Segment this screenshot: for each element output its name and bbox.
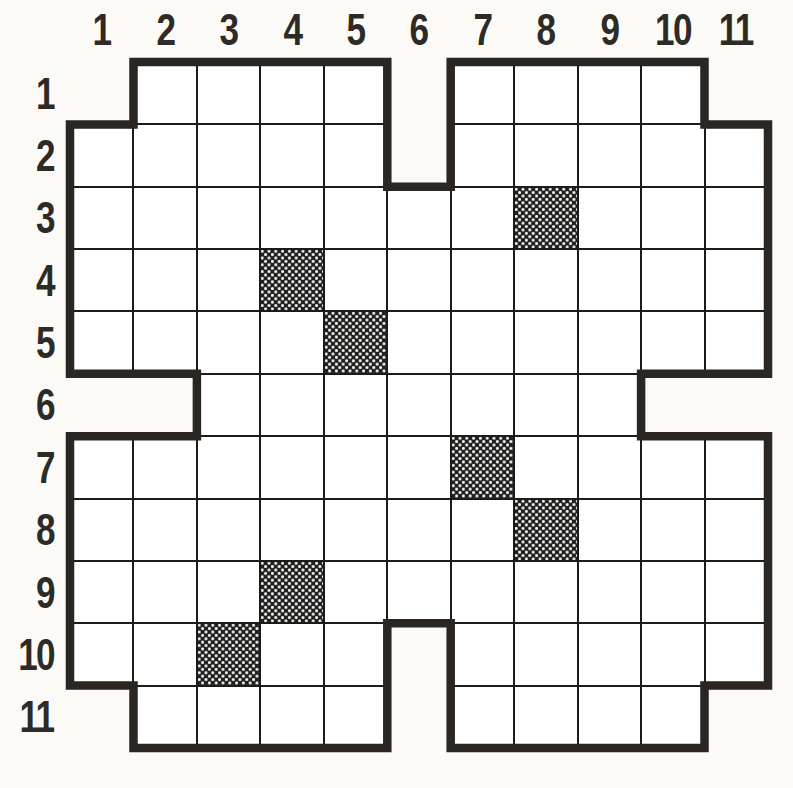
cell-r4-c5[interactable] bbox=[324, 249, 387, 311]
cell-r10-c11[interactable] bbox=[705, 623, 768, 685]
row-label-11: 11 bbox=[0, 686, 62, 748]
cell-r5-c8[interactable] bbox=[514, 311, 577, 373]
cell-r2-c5[interactable] bbox=[324, 124, 387, 186]
cell-r1-c3[interactable] bbox=[197, 62, 260, 124]
cell-r2-c1[interactable] bbox=[70, 124, 133, 186]
cell-r3-c9[interactable] bbox=[578, 187, 641, 249]
col-label-7: 7 bbox=[451, 0, 514, 56]
cell-r3-c8-blocked bbox=[514, 187, 577, 249]
cell-r7-c3[interactable] bbox=[197, 436, 260, 498]
cell-r8-c11[interactable] bbox=[705, 499, 768, 561]
col-label-4: 4 bbox=[260, 0, 323, 56]
cell-r4-c9[interactable] bbox=[578, 249, 641, 311]
cell-r9-c10[interactable] bbox=[641, 561, 704, 623]
row-label-9: 9 bbox=[0, 561, 62, 623]
cell-r7-c10[interactable] bbox=[641, 436, 704, 498]
cell-r4-c8[interactable] bbox=[514, 249, 577, 311]
cell-r7-c11[interactable] bbox=[705, 436, 768, 498]
cell-r1-c8[interactable] bbox=[514, 62, 577, 124]
cell-r8-c3[interactable] bbox=[197, 499, 260, 561]
cell-r4-c2[interactable] bbox=[133, 249, 196, 311]
cell-r6-c8[interactable] bbox=[514, 374, 577, 436]
cell-r3-c10[interactable] bbox=[641, 187, 704, 249]
cell-r7-c1[interactable] bbox=[70, 436, 133, 498]
cell-r10-c8[interactable] bbox=[514, 623, 577, 685]
cell-r9-c8[interactable] bbox=[514, 561, 577, 623]
col-label-5: 5 bbox=[324, 0, 387, 56]
cell-r5-c9[interactable] bbox=[578, 311, 641, 373]
cell-r10-c7[interactable] bbox=[451, 623, 514, 685]
cell-r6-c2-outside bbox=[133, 374, 196, 436]
cell-r8-c9[interactable] bbox=[578, 499, 641, 561]
cell-r9-c1[interactable] bbox=[70, 561, 133, 623]
cell-r2-c6-outside bbox=[387, 124, 450, 186]
col-label-9: 9 bbox=[578, 0, 641, 56]
cell-r1-c7[interactable] bbox=[451, 62, 514, 124]
cell-r9-c7[interactable] bbox=[451, 561, 514, 623]
col-label-1: 1 bbox=[70, 0, 133, 56]
cell-r7-c8[interactable] bbox=[514, 436, 577, 498]
cell-r3-c7[interactable] bbox=[451, 187, 514, 249]
cell-r10-c6-outside bbox=[387, 623, 450, 685]
cell-r4-c6[interactable] bbox=[387, 249, 450, 311]
cell-r4-c11[interactable] bbox=[705, 249, 768, 311]
cell-r3-c3[interactable] bbox=[197, 187, 260, 249]
cell-r2-c10[interactable] bbox=[641, 124, 704, 186]
cell-r1-c9[interactable] bbox=[578, 62, 641, 124]
col-label-2: 2 bbox=[133, 0, 196, 56]
cell-r2-c8[interactable] bbox=[514, 124, 577, 186]
cell-r10-c1[interactable] bbox=[70, 623, 133, 685]
cell-r9-c11[interactable] bbox=[705, 561, 768, 623]
cell-r1-c4[interactable] bbox=[260, 62, 323, 124]
cell-r5-c6[interactable] bbox=[387, 311, 450, 373]
row-label-6: 6 bbox=[0, 374, 62, 436]
cell-r6-c10-outside bbox=[641, 374, 704, 436]
cell-r9-c3[interactable] bbox=[197, 561, 260, 623]
cell-r8-c8-blocked bbox=[514, 499, 577, 561]
cell-r1-c10[interactable] bbox=[641, 62, 704, 124]
row-label-2: 2 bbox=[0, 124, 62, 186]
cell-r10-c5[interactable] bbox=[324, 623, 387, 685]
cell-r3-c11[interactable] bbox=[705, 187, 768, 249]
cell-r11-c1-outside bbox=[70, 686, 133, 748]
cell-r9-c6[interactable] bbox=[387, 561, 450, 623]
cell-r8-c2[interactable] bbox=[133, 499, 196, 561]
cell-r6-c11-outside bbox=[705, 374, 768, 436]
cell-r6-c7[interactable] bbox=[451, 374, 514, 436]
cell-r10-c3-blocked bbox=[197, 623, 260, 685]
cell-r5-c7[interactable] bbox=[451, 311, 514, 373]
cell-r5-c2[interactable] bbox=[133, 311, 196, 373]
cell-r9-c9[interactable] bbox=[578, 561, 641, 623]
cell-r1-c5[interactable] bbox=[324, 62, 387, 124]
cell-r6-c1-outside bbox=[70, 374, 133, 436]
cell-r6-c4[interactable] bbox=[260, 374, 323, 436]
col-label-10: 10 bbox=[641, 0, 704, 56]
cell-r9-c5[interactable] bbox=[324, 561, 387, 623]
col-label-8: 8 bbox=[514, 0, 577, 56]
row-label-5: 5 bbox=[0, 311, 62, 373]
cell-r10-c4[interactable] bbox=[260, 623, 323, 685]
cell-r1-c11-outside bbox=[705, 62, 768, 124]
cell-r7-c7-blocked bbox=[451, 436, 514, 498]
cell-r5-c4[interactable] bbox=[260, 311, 323, 373]
cell-r7-c6[interactable] bbox=[387, 436, 450, 498]
cell-r4-c10[interactable] bbox=[641, 249, 704, 311]
cell-r3-c1[interactable] bbox=[70, 187, 133, 249]
cell-r6-c5[interactable] bbox=[324, 374, 387, 436]
cell-r3-c4[interactable] bbox=[260, 187, 323, 249]
row-label-3: 3 bbox=[0, 187, 62, 249]
puzzle-board bbox=[70, 62, 768, 748]
cell-r8-c7[interactable] bbox=[451, 499, 514, 561]
cell-r2-c3[interactable] bbox=[197, 124, 260, 186]
row-label-8: 8 bbox=[0, 499, 62, 561]
cell-r4-c1[interactable] bbox=[70, 249, 133, 311]
cell-r1-c1-outside bbox=[70, 62, 133, 124]
cell-r3-c2[interactable] bbox=[133, 187, 196, 249]
row-label-1: 1 bbox=[0, 62, 62, 124]
cell-r10-c10[interactable] bbox=[641, 623, 704, 685]
cell-r3-c5[interactable] bbox=[324, 187, 387, 249]
cell-r6-c9[interactable] bbox=[578, 374, 641, 436]
cell-r3-c6[interactable] bbox=[387, 187, 450, 249]
cell-r7-c2[interactable] bbox=[133, 436, 196, 498]
cell-r5-c3[interactable] bbox=[197, 311, 260, 373]
cell-r10-c9[interactable] bbox=[578, 623, 641, 685]
cell-r10-c2[interactable] bbox=[133, 623, 196, 685]
col-label-3: 3 bbox=[197, 0, 260, 56]
cell-r7-c9[interactable] bbox=[578, 436, 641, 498]
cell-r11-c9[interactable] bbox=[578, 686, 641, 748]
row-labels: 1234567891011 bbox=[0, 62, 62, 748]
cell-r11-c5[interactable] bbox=[324, 686, 387, 748]
cell-r11-c7[interactable] bbox=[451, 686, 514, 748]
cell-r11-c2[interactable] bbox=[133, 686, 196, 748]
cell-r8-c5[interactable] bbox=[324, 499, 387, 561]
cell-r11-c4[interactable] bbox=[260, 686, 323, 748]
puzzle-grid bbox=[70, 62, 768, 748]
cell-r5-c1[interactable] bbox=[70, 311, 133, 373]
cell-r8-c1[interactable] bbox=[70, 499, 133, 561]
cell-r4-c3[interactable] bbox=[197, 249, 260, 311]
col-label-11: 11 bbox=[705, 0, 768, 56]
cell-r5-c11[interactable] bbox=[705, 311, 768, 373]
cell-r5-c10[interactable] bbox=[641, 311, 704, 373]
cell-r1-c6-outside bbox=[387, 62, 450, 124]
cell-r7-c4[interactable] bbox=[260, 436, 323, 498]
cell-r4-c7[interactable] bbox=[451, 249, 514, 311]
cell-r8-c6[interactable] bbox=[387, 499, 450, 561]
cell-r9-c2[interactable] bbox=[133, 561, 196, 623]
cell-r11-c10[interactable] bbox=[641, 686, 704, 748]
cell-r2-c9[interactable] bbox=[578, 124, 641, 186]
cell-r11-c8[interactable] bbox=[514, 686, 577, 748]
cell-r2-c11[interactable] bbox=[705, 124, 768, 186]
cell-r5-c5-blocked bbox=[324, 311, 387, 373]
cell-r2-c7[interactable] bbox=[451, 124, 514, 186]
cell-r11-c6-outside bbox=[387, 686, 450, 748]
cell-r2-c4[interactable] bbox=[260, 124, 323, 186]
cell-r8-c4[interactable] bbox=[260, 499, 323, 561]
cell-r11-c11-outside bbox=[705, 686, 768, 748]
cell-r7-c5[interactable] bbox=[324, 436, 387, 498]
cell-r8-c10[interactable] bbox=[641, 499, 704, 561]
cell-r11-c3[interactable] bbox=[197, 686, 260, 748]
col-label-6: 6 bbox=[387, 0, 450, 56]
cell-r2-c2[interactable] bbox=[133, 124, 196, 186]
row-label-7: 7 bbox=[0, 436, 62, 498]
row-label-4: 4 bbox=[0, 249, 62, 311]
cell-r6-c6[interactable] bbox=[387, 374, 450, 436]
puzzle-page: 1234567891011 1234567891011 bbox=[0, 0, 793, 788]
cell-r6-c3[interactable] bbox=[197, 374, 260, 436]
cell-r9-c4-blocked bbox=[260, 561, 323, 623]
column-labels: 1234567891011 bbox=[70, 0, 768, 56]
cell-r1-c2[interactable] bbox=[133, 62, 196, 124]
cell-r4-c4-blocked bbox=[260, 249, 323, 311]
row-label-10: 10 bbox=[0, 623, 62, 685]
